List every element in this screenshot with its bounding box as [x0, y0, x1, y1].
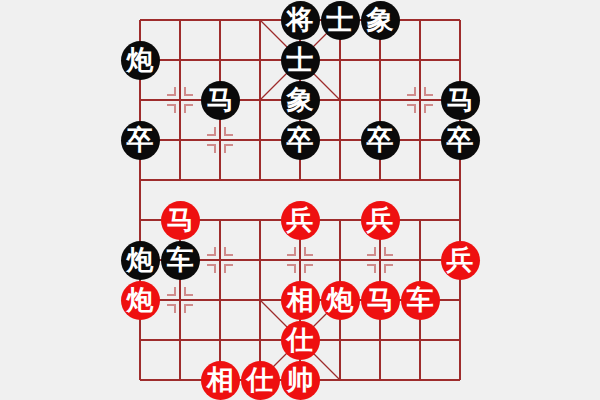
piece-red-horse[interactable]: 马 [361, 281, 400, 320]
piece-black-soldier[interactable]: 卒 [121, 121, 160, 160]
piece-red-cannon[interactable]: 炮 [321, 281, 360, 320]
piece-glyph: 相 [207, 366, 234, 393]
piece-glyph: 车 [407, 286, 434, 313]
piece-glyph: 相 [287, 286, 314, 313]
piece-glyph: 炮 [327, 286, 354, 313]
piece-glyph: 炮 [127, 246, 154, 273]
piece-glyph: 卒 [367, 126, 394, 153]
piece-glyph: 兵 [447, 246, 474, 273]
piece-glyph: 卒 [287, 126, 314, 153]
piece-black-soldier[interactable]: 卒 [441, 121, 480, 160]
piece-black-general[interactable]: 将 [281, 1, 320, 40]
piece-black-soldier[interactable]: 卒 [361, 121, 400, 160]
piece-glyph: 马 [447, 86, 474, 113]
piece-glyph: 将 [287, 6, 314, 33]
pieces-layer: 将士象炮士马象马卒卒卒卒炮车马兵兵兵炮相炮马车仕相仕帅 [0, 0, 600, 400]
piece-glyph: 仕 [247, 366, 274, 393]
piece-glyph: 炮 [127, 286, 154, 313]
piece-red-advisor[interactable]: 仕 [241, 361, 280, 400]
piece-red-king[interactable]: 帅 [281, 361, 320, 400]
piece-red-soldier[interactable]: 兵 [361, 201, 400, 240]
piece-glyph: 兵 [287, 206, 314, 233]
xiangqi-app: 将士象炮士马象马卒卒卒卒炮车马兵兵兵炮相炮马车仕相仕帅 [0, 0, 600, 400]
piece-glyph: 象 [287, 86, 314, 113]
piece-black-advisor[interactable]: 士 [321, 1, 360, 40]
piece-glyph: 象 [367, 6, 394, 33]
piece-red-horse[interactable]: 马 [161, 201, 200, 240]
piece-glyph: 马 [167, 206, 194, 233]
piece-glyph: 车 [167, 246, 194, 273]
piece-black-chariot[interactable]: 车 [161, 241, 200, 280]
piece-black-elephant[interactable]: 象 [361, 1, 400, 40]
piece-glyph: 兵 [367, 206, 394, 233]
piece-glyph: 仕 [287, 326, 314, 353]
piece-black-horse[interactable]: 马 [201, 81, 240, 120]
piece-glyph: 炮 [127, 46, 154, 73]
piece-glyph: 士 [327, 6, 354, 33]
piece-black-horse[interactable]: 马 [441, 81, 480, 120]
piece-glyph: 士 [287, 46, 314, 73]
piece-glyph: 马 [207, 86, 234, 113]
piece-glyph: 帅 [287, 366, 314, 393]
piece-red-cannon[interactable]: 炮 [121, 281, 160, 320]
piece-red-soldier[interactable]: 兵 [441, 241, 480, 280]
piece-black-cannon[interactable]: 炮 [121, 241, 160, 280]
piece-black-soldier[interactable]: 卒 [281, 121, 320, 160]
piece-glyph: 卒 [447, 126, 474, 153]
piece-red-elephant[interactable]: 相 [281, 281, 320, 320]
piece-glyph: 马 [367, 286, 394, 313]
piece-black-advisor[interactable]: 士 [281, 41, 320, 80]
piece-red-soldier[interactable]: 兵 [281, 201, 320, 240]
piece-black-cannon[interactable]: 炮 [121, 41, 160, 80]
piece-red-chariot[interactable]: 车 [401, 281, 440, 320]
piece-black-elephant[interactable]: 象 [281, 81, 320, 120]
piece-red-advisor[interactable]: 仕 [281, 321, 320, 360]
piece-red-elephant[interactable]: 相 [201, 361, 240, 400]
piece-glyph: 卒 [127, 126, 154, 153]
